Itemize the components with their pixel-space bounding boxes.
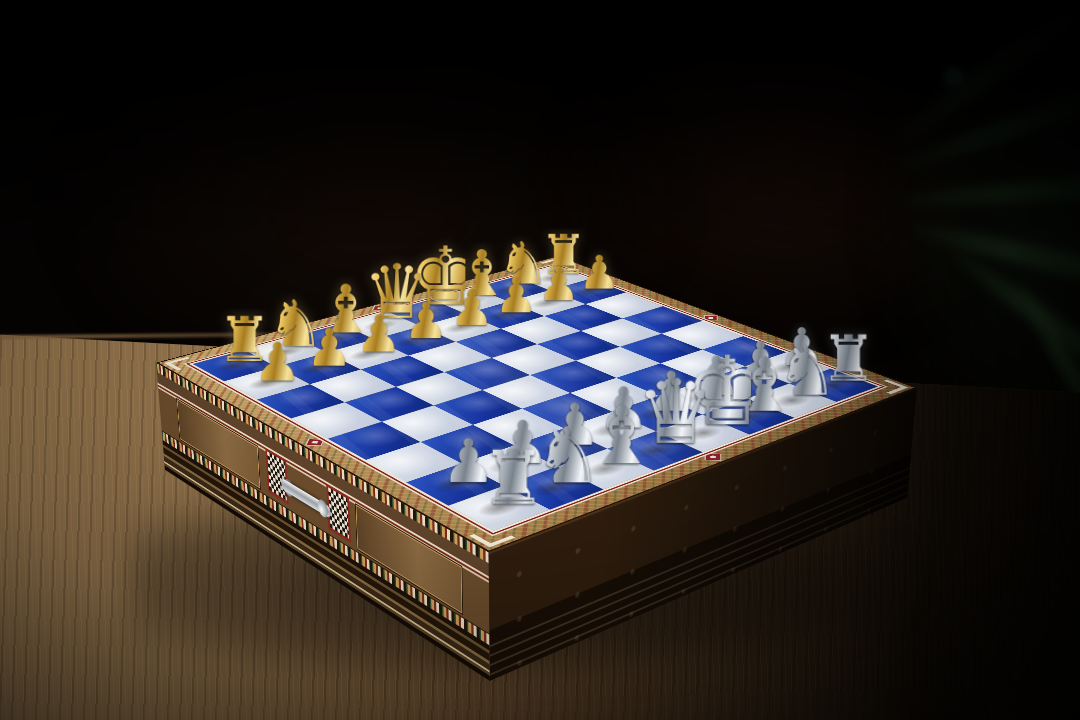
diamond-medallion-icon	[307, 439, 324, 445]
gold-pawn: ♟	[246, 335, 308, 388]
silver-rook: ♜	[477, 442, 549, 516]
photo-scene: ♜♞♝♛♚♝♞♜♟♟♟♟♟♟♟♟♟♟♟♟♟♟♟♟♜♞♝♛♚♝♞♜	[0, 0, 1080, 720]
diamond-medallion-icon	[705, 316, 717, 320]
bokeh-light	[944, 66, 964, 86]
drawer-handle	[285, 459, 326, 537]
